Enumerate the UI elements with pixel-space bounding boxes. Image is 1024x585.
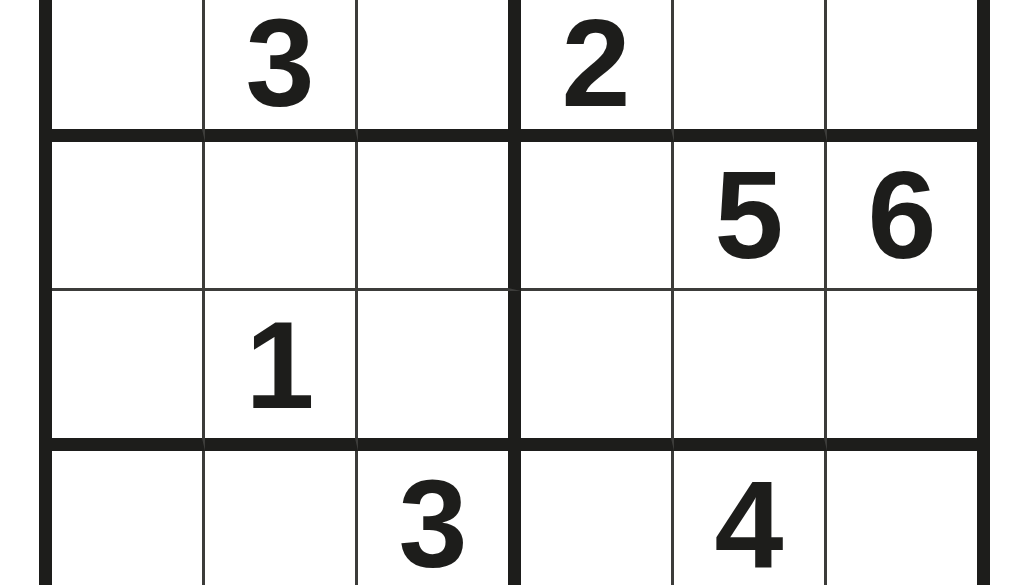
cell-r2c3: [358, 142, 521, 291]
cell-r3c4: [521, 291, 674, 451]
cell-r4c3: 3: [358, 451, 521, 585]
cell-r2c2: [205, 142, 358, 291]
cell-r2c5: 5: [674, 142, 827, 291]
cell-r2c1: [52, 142, 205, 291]
cell-r2c4: [521, 142, 674, 291]
sudoku-board: 3 2 5 6 1 3 4: [39, 0, 990, 585]
cell-r1c2: 3: [205, 0, 358, 142]
cell-r4c4: [521, 451, 674, 585]
cell-r1c3: [358, 0, 521, 142]
cell-r2c6: 6: [827, 142, 977, 291]
cell-r1c5: [674, 0, 827, 142]
cell-r1c4: 2: [521, 0, 674, 142]
cell-r3c5: [674, 291, 827, 451]
cell-r4c6: [827, 451, 977, 585]
cell-r3c1: [52, 291, 205, 451]
cell-r3c6: [827, 291, 977, 451]
cell-r1c1: [52, 0, 205, 142]
cell-r3c3: [358, 291, 521, 451]
cell-r1c6: [827, 0, 977, 142]
cell-r4c5: 4: [674, 451, 827, 585]
cell-r3c2: 1: [205, 291, 358, 451]
cell-r4c1: [52, 451, 205, 585]
cell-r4c2: [205, 451, 358, 585]
